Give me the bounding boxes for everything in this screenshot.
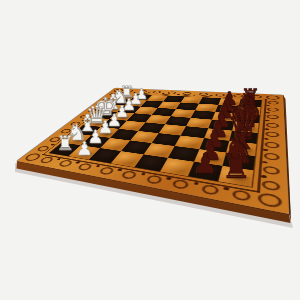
- square-a8: [218, 166, 253, 187]
- ornament-dot: [227, 96, 230, 97]
- ornament-arc: [263, 165, 280, 175]
- ornament-dot: [209, 95, 212, 96]
- product-render-canvas: ♜♟♟♜♞♟♟♞♝♟♟♝♚♟♟♚♛♟♟♛♝♟♟♝♞♟♟♞♜♟♟♜: [0, 0, 300, 300]
- ornament-corner-curl: [266, 95, 280, 100]
- ornament-dot: [261, 175, 266, 178]
- ornament-arc: [76, 163, 93, 172]
- ornament-dot: [75, 161, 80, 163]
- ornament-arc: [265, 141, 280, 148]
- ornament-dot: [95, 165, 100, 167]
- ornament-corner-curl: [257, 192, 282, 209]
- ornament-arc: [97, 166, 115, 175]
- ornament-arc: [265, 131, 279, 138]
- ornament-arc: [145, 174, 163, 184]
- ornament-arc: [262, 180, 280, 192]
- ornament-dot: [263, 149, 267, 151]
- ornament-arc: [232, 189, 251, 202]
- ornament-arc: [200, 184, 219, 196]
- ornament-dot: [117, 168, 122, 171]
- ornament-dot: [193, 95, 196, 96]
- ornament-dot: [166, 177, 171, 180]
- chess-scene: ♜♟♟♜♞♟♟♞♝♟♟♝♚♟♟♚♛♟♟♛♝♟♟♝♞♟♟♞♜♟♟♜: [0, 0, 300, 300]
- ornament-dot: [266, 112, 270, 113]
- ornament-dot: [141, 172, 146, 175]
- ornament-arc: [267, 101, 278, 105]
- ornament-dot: [262, 161, 267, 164]
- ornament-dot: [193, 182, 198, 185]
- ornament-arc: [57, 159, 74, 167]
- square-a7: [188, 162, 223, 182]
- ornament-dot: [265, 128, 269, 130]
- ornament-arc: [120, 170, 138, 180]
- ornament-arc: [38, 156, 55, 164]
- ornament-dot: [265, 120, 269, 122]
- ornament-dot: [266, 105, 269, 106]
- ornament-dot: [264, 138, 268, 140]
- ornament-dot: [56, 158, 61, 160]
- ornament-arc: [266, 114, 278, 119]
- ornament-dot: [245, 97, 248, 98]
- ornament-arc: [264, 152, 280, 161]
- ornament-dot: [223, 187, 228, 190]
- ornament-arc: [267, 107, 279, 111]
- ornament-arc: [171, 179, 190, 190]
- ornament-arc: [266, 122, 279, 128]
